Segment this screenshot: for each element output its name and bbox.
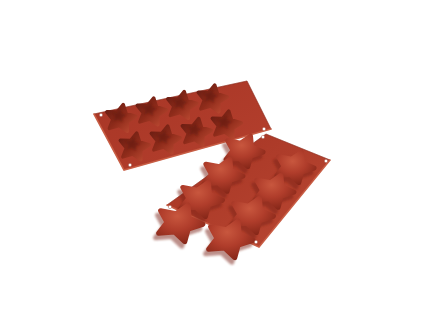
silicone-mold-product-image	[0, 0, 423, 318]
product-photo	[0, 0, 423, 318]
back-mold-hanging-hole-2	[128, 163, 131, 166]
front-mold-hanging-hole-1	[168, 205, 171, 208]
front-mold-hanging-hole-3	[324, 159, 327, 162]
back-mold-hanging-hole-1	[99, 113, 102, 116]
front-mold-hanging-hole-2	[261, 135, 264, 138]
front-mold-hanging-hole-4	[254, 240, 257, 243]
back-mold-hanging-hole-3	[262, 127, 265, 130]
